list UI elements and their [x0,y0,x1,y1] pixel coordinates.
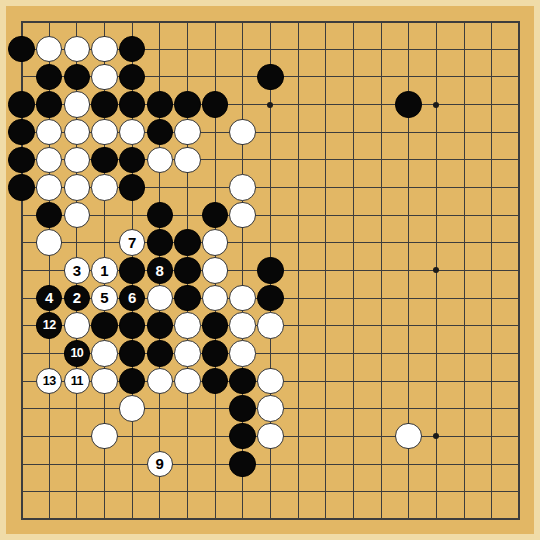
stone-white [64,36,91,63]
intersection [63,63,91,91]
stone-black [174,91,201,118]
go-diagram-page: 73184256121013119 [0,0,540,540]
intersection: 7 [118,229,146,257]
intersection [201,367,229,395]
move-12-stone-black: 12 [36,312,63,339]
stone-white [202,257,229,284]
intersection [118,174,146,202]
intersection [257,422,285,450]
intersection [63,35,91,63]
intersection [91,35,119,63]
stone-black [202,202,229,229]
intersection [91,174,119,202]
intersection [146,367,174,395]
intersection [146,312,174,340]
stone-white [229,202,256,229]
move-6-stone-black: 6 [119,285,146,312]
stone-black [119,340,146,367]
stone-black [147,340,174,367]
stone-white [91,368,118,395]
intersection [63,91,91,119]
stone-black [174,285,201,312]
stone-black [229,423,256,450]
intersection [257,257,285,285]
stone-white [229,174,256,201]
intersection [174,146,202,174]
intersection [118,257,146,285]
stone-black [202,368,229,395]
intersection [174,367,202,395]
move-13-stone-white: 13 [36,368,63,395]
stone-white [174,368,201,395]
intersection [229,450,257,478]
intersection [229,312,257,340]
intersection [201,257,229,285]
stone-black [202,312,229,339]
intersection [229,174,257,202]
intersection [174,229,202,257]
stone-white [202,229,229,256]
intersection [229,367,257,395]
stone-white [119,395,146,422]
stone-black [395,91,422,118]
intersection: 12 [35,312,63,340]
stone-white [202,285,229,312]
stone-black [119,174,146,201]
intersection: 6 [118,284,146,312]
stone-white [36,119,63,146]
stone-black [174,257,201,284]
stone-black [8,91,35,118]
stone-black [257,285,284,312]
intersection [35,146,63,174]
stone-black [257,257,284,284]
stone-white [257,423,284,450]
intersection [35,201,63,229]
intersection [35,63,63,91]
stone-white [64,202,91,229]
stone-black [64,64,91,91]
intersection [174,284,202,312]
intersection [174,257,202,285]
move-5-stone-white: 5 [91,285,118,312]
intersection [118,367,146,395]
intersection [91,339,119,367]
stone-white [64,119,91,146]
stone-white [64,312,91,339]
move-7-stone-white: 7 [119,229,146,256]
intersection [146,284,174,312]
stone-white [229,312,256,339]
intersection [118,118,146,146]
intersection [118,63,146,91]
intersection [118,91,146,119]
intersection [229,395,257,423]
move-4-stone-black: 4 [36,285,63,312]
intersection [8,174,36,202]
stone-black [36,202,63,229]
intersection [146,339,174,367]
intersection [257,284,285,312]
stone-black [202,91,229,118]
intersection: 2 [63,284,91,312]
intersection [146,91,174,119]
intersection [91,312,119,340]
stone-white [91,174,118,201]
stone-white [257,395,284,422]
intersection: 1 [91,257,119,285]
stone-black [119,36,146,63]
intersection [35,174,63,202]
intersection [118,312,146,340]
move-9-stone-white: 9 [147,451,174,478]
stone-white [174,119,201,146]
intersection [35,35,63,63]
stone-black [202,340,229,367]
stone-white [174,340,201,367]
stone-white [36,36,63,63]
intersection [257,367,285,395]
stone-white [229,285,256,312]
stone-black [229,395,256,422]
intersection [257,312,285,340]
stone-white [147,368,174,395]
intersection [118,395,146,423]
intersection [201,201,229,229]
intersection: 5 [91,284,119,312]
intersection [118,339,146,367]
intersection [174,339,202,367]
stone-white [91,119,118,146]
stone-black [147,119,174,146]
stone-white [147,285,174,312]
stone-black [8,147,35,174]
intersection [35,91,63,119]
intersection [91,91,119,119]
intersections-grid: 73184256121013119 [8,8,533,533]
intersection [8,118,36,146]
stone-black [257,64,284,91]
stone-white [91,423,118,450]
stone-black [147,312,174,339]
intersection [63,146,91,174]
move-3-stone-white: 3 [64,257,91,284]
stone-white [36,229,63,256]
move-1-stone-white: 1 [91,257,118,284]
intersection [395,422,423,450]
intersection [174,312,202,340]
intersection [8,146,36,174]
stone-black [147,202,174,229]
intersection [146,201,174,229]
stone-white [395,423,422,450]
intersection [146,118,174,146]
intersection [201,284,229,312]
stone-black [91,312,118,339]
move-2-stone-black: 2 [64,285,91,312]
intersection [174,91,202,119]
intersection [229,284,257,312]
stone-black [119,312,146,339]
stone-white [36,174,63,201]
stone-black [91,91,118,118]
intersection [91,367,119,395]
stone-black [119,64,146,91]
intersection [35,229,63,257]
intersection [201,312,229,340]
intersection: 8 [146,257,174,285]
intersection [91,422,119,450]
intersection [63,312,91,340]
intersection: 4 [35,284,63,312]
stone-white [36,147,63,174]
intersection [201,339,229,367]
intersection [63,201,91,229]
stone-white [91,36,118,63]
go-board[interactable]: 73184256121013119 [6,6,534,534]
move-8-stone-black: 8 [147,257,174,284]
intersection [118,146,146,174]
stone-white [257,312,284,339]
intersection [229,201,257,229]
intersection [146,229,174,257]
intersection [91,118,119,146]
intersection [257,63,285,91]
intersection [8,35,36,63]
stone-black [174,229,201,256]
intersection [257,395,285,423]
stone-white [91,340,118,367]
stone-black [36,91,63,118]
intersection [63,174,91,202]
stone-white [229,119,256,146]
intersection [8,91,36,119]
stone-black [229,368,256,395]
intersection: 13 [35,367,63,395]
stone-black [8,174,35,201]
intersection [229,422,257,450]
stone-white [257,368,284,395]
stone-white [174,147,201,174]
stone-black [119,368,146,395]
stone-white [64,147,91,174]
intersection: 3 [63,257,91,285]
stone-white [174,312,201,339]
move-10-stone-black: 10 [64,340,91,367]
stone-white [147,147,174,174]
intersection: 11 [63,367,91,395]
intersection [201,229,229,257]
intersection: 10 [63,339,91,367]
stone-black [8,36,35,63]
intersection [229,118,257,146]
stone-black [147,91,174,118]
intersection [35,118,63,146]
stone-white [64,174,91,201]
stone-black [119,91,146,118]
move-11-stone-white: 11 [64,368,91,395]
intersection [91,63,119,91]
stone-white [91,64,118,91]
intersection [118,35,146,63]
stone-black [119,257,146,284]
intersection: 9 [146,450,174,478]
intersection [91,146,119,174]
intersection [174,118,202,146]
intersection [395,91,423,119]
stone-white [229,340,256,367]
stone-black [147,229,174,256]
intersection [146,146,174,174]
intersection [63,118,91,146]
stone-black [229,451,256,478]
intersection [201,91,229,119]
intersection [229,339,257,367]
stone-black [91,147,118,174]
stone-black [119,147,146,174]
stone-black [36,64,63,91]
stone-black [8,119,35,146]
stone-white [119,119,146,146]
stone-white [64,91,91,118]
